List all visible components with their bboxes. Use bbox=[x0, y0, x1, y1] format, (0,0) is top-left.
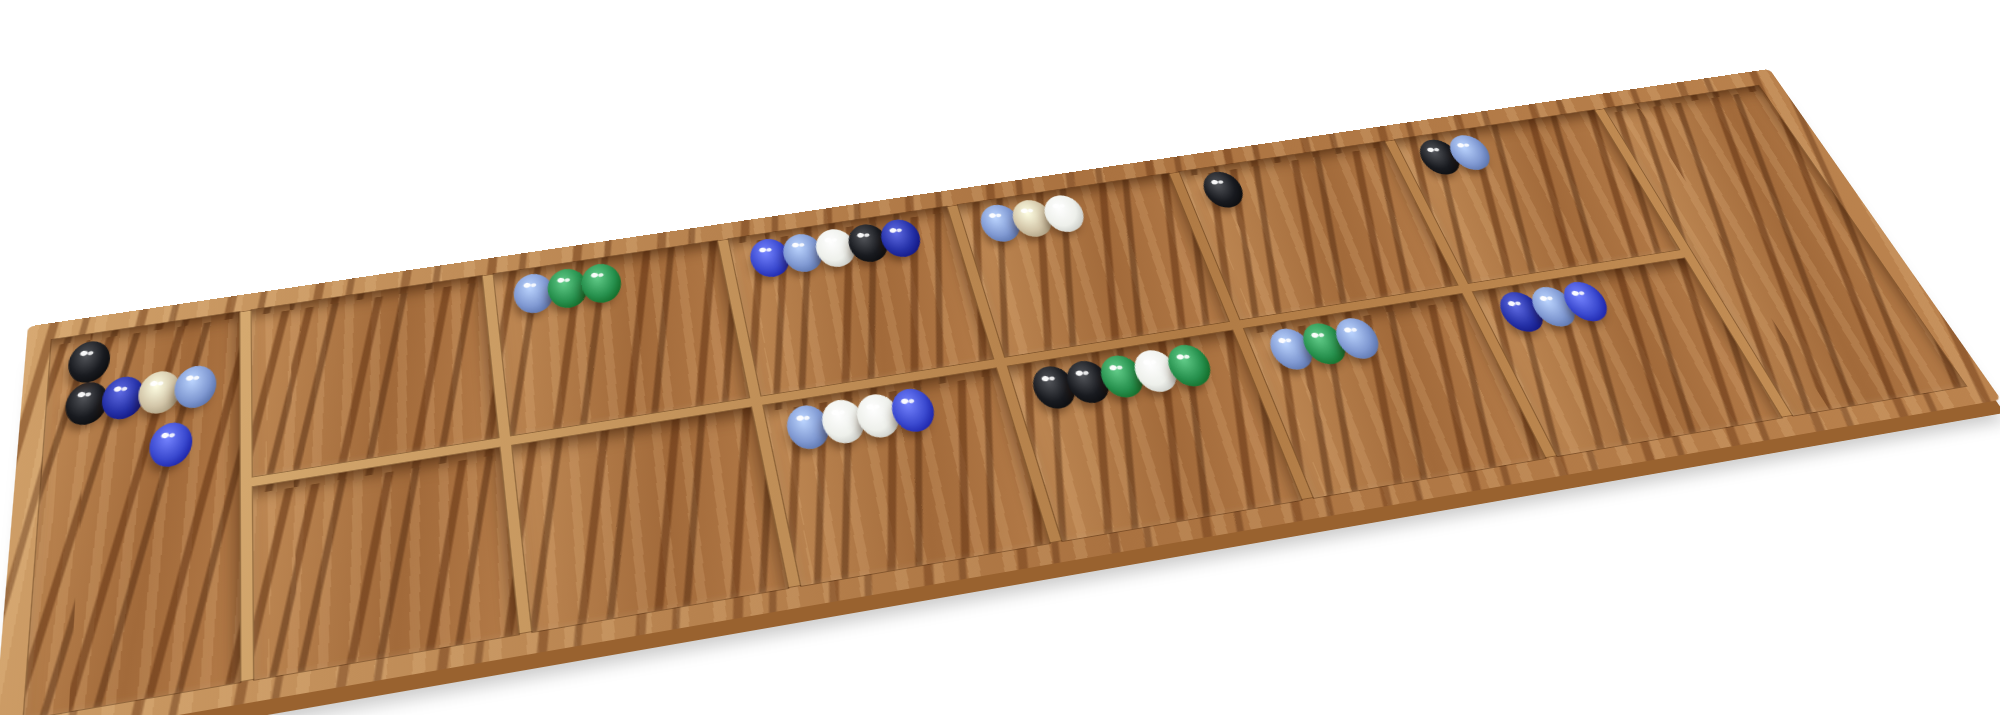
board-well bbox=[24, 85, 1966, 715]
marble-black bbox=[67, 338, 111, 385]
pit-near-3[interactable] bbox=[764, 368, 1049, 585]
store-left[interactable] bbox=[24, 312, 240, 715]
pit-far-1[interactable] bbox=[252, 275, 499, 476]
pit-far-2[interactable] bbox=[494, 240, 750, 435]
pit-far-4[interactable] bbox=[957, 173, 1228, 357]
photo-background bbox=[0, 0, 2000, 715]
pit-far-3[interactable] bbox=[729, 206, 993, 395]
marble-green bbox=[579, 261, 624, 305]
pit-grid bbox=[252, 110, 1782, 680]
pit-near-2[interactable] bbox=[512, 407, 788, 632]
marble-light-blue bbox=[174, 363, 216, 411]
marble-blue bbox=[149, 419, 193, 469]
mancala-board bbox=[0, 69, 2000, 715]
board-perspective-wrapper bbox=[0, 69, 2000, 715]
marble-black bbox=[1197, 169, 1248, 210]
pit-near-1[interactable] bbox=[253, 447, 519, 679]
